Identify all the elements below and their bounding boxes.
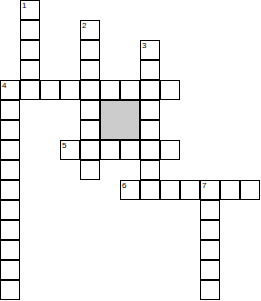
- cell-r14c10[interactable]: [200, 280, 220, 300]
- cell-r3c1[interactable]: [20, 60, 40, 80]
- cell-r8c0[interactable]: [0, 160, 20, 180]
- shaded-block: [100, 100, 140, 140]
- crossword-board: 1234567: [0, 0, 261, 301]
- cell-r4c4[interactable]: [80, 80, 100, 100]
- cell-r2c1[interactable]: [20, 40, 40, 60]
- cell-r4c7[interactable]: [140, 80, 160, 100]
- cell-r9c0[interactable]: [0, 180, 20, 200]
- cell-r7c5[interactable]: [100, 140, 120, 160]
- cell-r11c0[interactable]: [0, 220, 20, 240]
- cell-r4c2[interactable]: [40, 80, 60, 100]
- cell-r10c10[interactable]: [200, 200, 220, 220]
- cell-r2c7[interactable]: [140, 40, 160, 60]
- cell-r4c1[interactable]: [20, 80, 40, 100]
- cell-r4c0[interactable]: [0, 80, 20, 100]
- cell-r2c4[interactable]: [80, 40, 100, 60]
- cell-r4c6[interactable]: [120, 80, 140, 100]
- cell-r9c9[interactable]: [180, 180, 200, 200]
- cell-r7c0[interactable]: [0, 140, 20, 160]
- cell-r9c6[interactable]: [120, 180, 140, 200]
- cell-r9c12[interactable]: [240, 180, 260, 200]
- cell-r12c10[interactable]: [200, 240, 220, 260]
- cell-r6c4[interactable]: [80, 120, 100, 140]
- cell-r10c0[interactable]: [0, 200, 20, 220]
- cell-r7c6[interactable]: [120, 140, 140, 160]
- cell-r4c3[interactable]: [60, 80, 80, 100]
- cell-r6c7[interactable]: [140, 120, 160, 140]
- cell-r14c0[interactable]: [0, 280, 20, 300]
- cell-r9c7[interactable]: [140, 180, 160, 200]
- cell-r1c1[interactable]: [20, 20, 40, 40]
- cell-r9c11[interactable]: [220, 180, 240, 200]
- cell-r4c5[interactable]: [100, 80, 120, 100]
- cell-r13c0[interactable]: [0, 260, 20, 280]
- cell-r4c8[interactable]: [160, 80, 180, 100]
- cell-r7c3[interactable]: [60, 140, 80, 160]
- cell-r7c4[interactable]: [80, 140, 100, 160]
- cell-r3c4[interactable]: [80, 60, 100, 80]
- cell-r0c1[interactable]: [20, 0, 40, 20]
- cell-r1c4[interactable]: [80, 20, 100, 40]
- cell-r9c10[interactable]: [200, 180, 220, 200]
- cell-r5c0[interactable]: [0, 100, 20, 120]
- cell-r7c7[interactable]: [140, 140, 160, 160]
- cell-r13c10[interactable]: [200, 260, 220, 280]
- cell-r6c0[interactable]: [0, 120, 20, 140]
- cell-r12c0[interactable]: [0, 240, 20, 260]
- cell-r3c7[interactable]: [140, 60, 160, 80]
- cell-r9c8[interactable]: [160, 180, 180, 200]
- cell-r11c10[interactable]: [200, 220, 220, 240]
- cell-r8c4[interactable]: [80, 160, 100, 180]
- cell-r5c4[interactable]: [80, 100, 100, 120]
- cell-r8c7[interactable]: [140, 160, 160, 180]
- cell-r7c8[interactable]: [160, 140, 180, 160]
- cell-r5c7[interactable]: [140, 100, 160, 120]
